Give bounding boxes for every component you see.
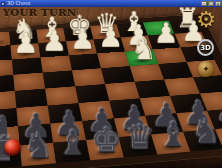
black-bishop-c8[interactable]: ♝ — [158, 118, 188, 152]
black-king-e8[interactable]: ♚ — [92, 123, 122, 157]
chess-board: ♜♞♝♚♛♝♜♟♟♟♟♟♟♟♟♞♟♟♟♟♟♟♟♟♜♞♝♚♛♝♞♜ — [0, 19, 222, 168]
square-e4[interactable] — [72, 68, 105, 86]
square-c8[interactable]: ♝ — [151, 132, 190, 155]
black-queen-d8[interactable]: ♛ — [125, 121, 155, 155]
white-pawn-b2[interactable]: ♟ — [154, 19, 179, 47]
game-window: ♜♞♝♚♛♝♜♟♟♟♟♟♟♟♟♞♟♟♟♟♟♟♟♟♜♞♝♚♛♝♞♜ 3D Ches… — [0, 0, 222, 168]
rotate-board-knob-icon[interactable]: ✦ — [198, 61, 214, 77]
square-d8[interactable]: ♛ — [119, 134, 158, 157]
square-g4[interactable] — [13, 73, 45, 91]
maximize-button[interactable]: □ — [208, 1, 214, 6]
square-g2[interactable]: ♟ — [10, 43, 40, 59]
view-3d-button[interactable]: 3D — [197, 39, 214, 56]
board-3d-wrapper: ♜♞♝♚♛♝♜♟♟♟♟♟♟♟♟♞♟♟♟♟♟♟♟♟♜♞♝♚♛♝♞♜ — [0, 14, 222, 168]
minimize-button[interactable]: – — [201, 1, 207, 6]
window-titlebar[interactable]: 3D Chess – □ × — [0, 0, 222, 7]
square-h5[interactable] — [0, 91, 16, 111]
white-pawn-h2[interactable]: ♟ — [0, 31, 10, 60]
board-frame: ♜♞♝♚♛♝♜♟♟♟♟♟♟♟♟♞♟♟♟♟♟♟♟♟♜♞♝♚♛♝♞♜ — [0, 14, 222, 168]
square-f8[interactable]: ♝ — [53, 140, 90, 163]
square-c3[interactable]: ♞ — [125, 49, 158, 66]
white-pawn-g2[interactable]: ♟ — [13, 29, 39, 58]
black-knight-b8[interactable]: ♞ — [191, 115, 221, 149]
red-action-button[interactable] — [4, 139, 21, 156]
white-knight-c3[interactable]: ♞ — [131, 35, 157, 64]
black-bishop-f8[interactable]: ♝ — [58, 126, 89, 160]
white-pawn-f2[interactable]: ♟ — [42, 27, 68, 55]
square-f5[interactable] — [45, 86, 78, 105]
square-e2[interactable]: ♟ — [66, 39, 97, 55]
square-g3[interactable] — [12, 58, 43, 75]
black-knight-g8[interactable]: ♞ — [23, 129, 54, 163]
square-f4[interactable] — [43, 70, 75, 88]
white-pawn-d2[interactable]: ♟ — [98, 23, 123, 51]
square-g8[interactable]: ♞ — [20, 143, 56, 166]
square-d2[interactable]: ♟ — [93, 37, 125, 53]
square-d3[interactable] — [97, 51, 130, 68]
square-e8[interactable]: ♚ — [86, 137, 124, 160]
close-button[interactable]: × — [215, 1, 221, 6]
settings-gear-icon[interactable]: ⚙ — [195, 9, 217, 31]
white-pawn-e2[interactable]: ♟ — [70, 25, 95, 53]
square-d4[interactable] — [101, 66, 135, 84]
window-title: 3D Chess — [7, 1, 200, 6]
square-b8[interactable]: ♞ — [183, 129, 222, 151]
square-f2[interactable]: ♟ — [38, 41, 69, 57]
square-h2[interactable]: ♟ — [0, 45, 12, 61]
app-icon — [1, 2, 5, 6]
turn-indicator-label: YOUR TURN — [3, 7, 77, 18]
